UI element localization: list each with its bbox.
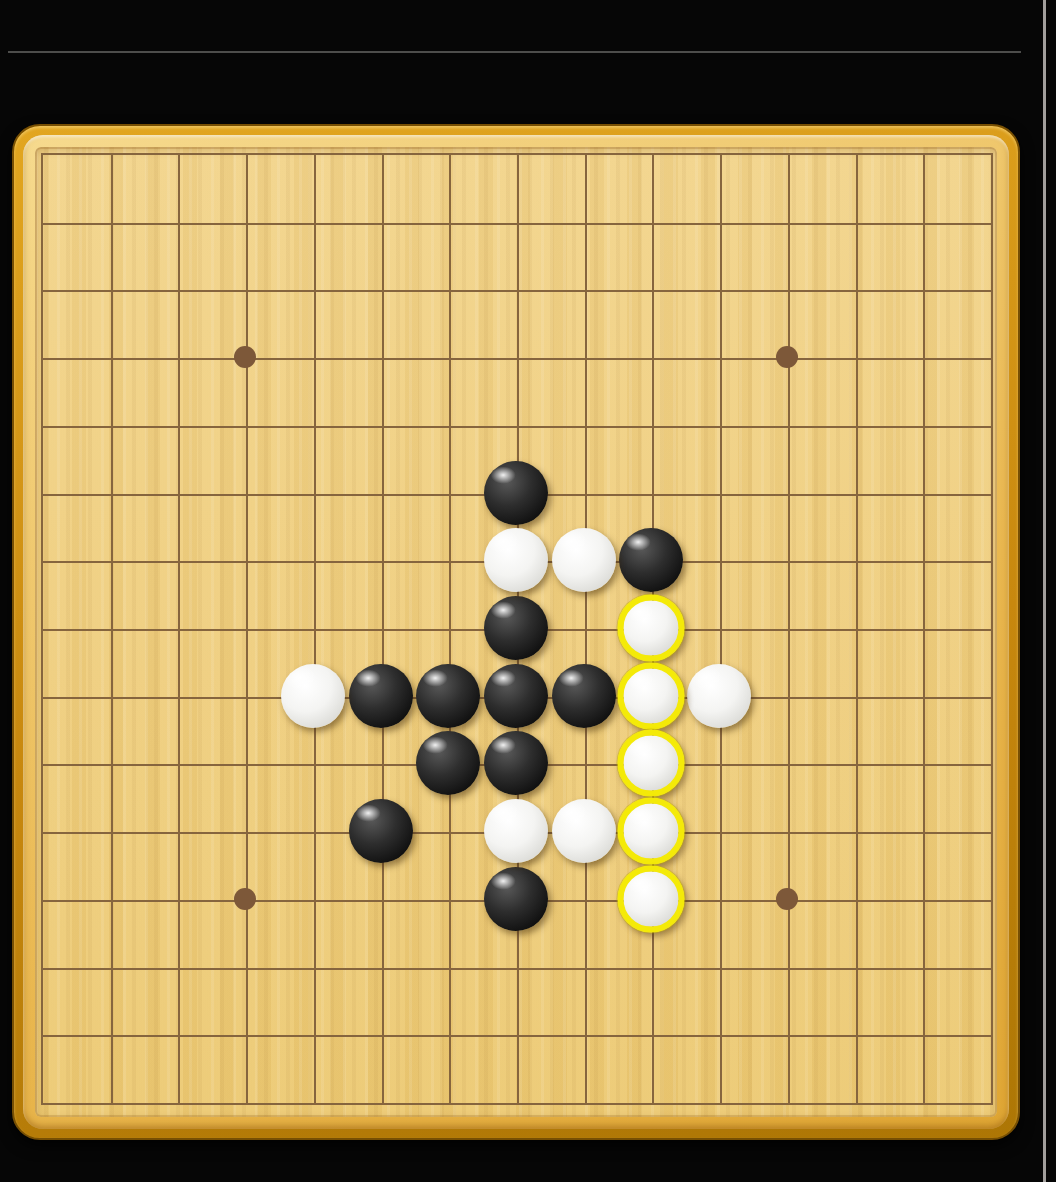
white-stone: [552, 528, 616, 592]
black-stone: [349, 664, 413, 728]
white-stone: [484, 528, 548, 592]
board-frame: [12, 124, 1020, 1140]
white-stone-winning: [618, 730, 685, 797]
white-stone-winning: [618, 865, 685, 932]
board-bevel: [23, 135, 1009, 1129]
header-divider: [8, 51, 1021, 53]
white-stone-winning: [618, 662, 685, 729]
star-point: [776, 888, 798, 910]
black-stone: [619, 528, 683, 592]
white-stone: [281, 664, 345, 728]
black-stone: [484, 664, 548, 728]
black-stone: [416, 731, 480, 795]
black-stone: [484, 867, 548, 931]
white-stone: [484, 799, 548, 863]
black-stone: [349, 799, 413, 863]
black-stone: [416, 664, 480, 728]
white-stone: [687, 664, 751, 728]
white-stone-winning: [618, 595, 685, 662]
gomoku-board[interactable]: [35, 147, 997, 1117]
star-point: [776, 346, 798, 368]
white-stone-winning: [618, 798, 685, 865]
star-point: [234, 346, 256, 368]
black-stone: [484, 596, 548, 660]
stones-layer: [42, 154, 990, 1102]
black-stone: [552, 664, 616, 728]
right-vertical-rule: [1043, 0, 1046, 1182]
black-stone: [484, 731, 548, 795]
black-stone: [484, 461, 548, 525]
white-stone: [552, 799, 616, 863]
star-point: [234, 888, 256, 910]
